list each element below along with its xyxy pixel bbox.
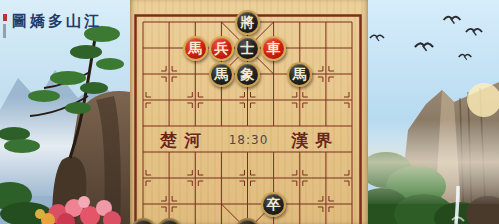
calligraphy-title: 圖嬌多山江: [12, 12, 102, 30]
river-label-chuhe: 楚河: [148, 129, 220, 151]
xiangqi-game-screen: 圖嬌多山江 楚河 18:30 漢界 將馬兵士車馬象馬卒: [0, 0, 499, 224]
forest-mist: [368, 120, 499, 204]
piece-black-馬[interactable]: 馬: [287, 62, 312, 87]
right-scenery-panel: [368, 0, 499, 224]
piece-label: 兵: [214, 41, 228, 55]
piece-label: 士: [241, 41, 255, 55]
piece-label: 馬: [188, 41, 202, 55]
piece-label: 馬: [293, 67, 307, 81]
piece-black-卒[interactable]: 卒: [261, 192, 286, 217]
piece-black-馬[interactable]: 馬: [209, 62, 234, 87]
piece-black-士[interactable]: 士: [235, 36, 260, 61]
artist-signature-mark: [3, 24, 6, 38]
piece-black-將[interactable]: 將: [235, 10, 260, 35]
piece-black-象[interactable]: 象: [235, 62, 260, 87]
xiangqi-board[interactable]: 楚河 18:30 漢界 將馬兵士車馬象馬卒: [130, 0, 368, 224]
piece-label: 馬: [214, 67, 228, 81]
left-scenery-panel: 圖嬌多山江: [0, 0, 130, 224]
piece-red-兵[interactable]: 兵: [209, 36, 234, 61]
piece-label: 象: [241, 67, 255, 81]
piece-label: 車: [267, 41, 281, 55]
game-clock: 18:30: [222, 131, 275, 149]
piece-red-馬[interactable]: 馬: [183, 36, 208, 61]
artist-seal-icon: [3, 14, 7, 21]
piece-label: 卒: [267, 197, 281, 211]
river-label-hanjie: 漢界: [279, 129, 351, 151]
piece-red-車[interactable]: 車: [261, 36, 286, 61]
piece-label: 將: [241, 15, 255, 29]
